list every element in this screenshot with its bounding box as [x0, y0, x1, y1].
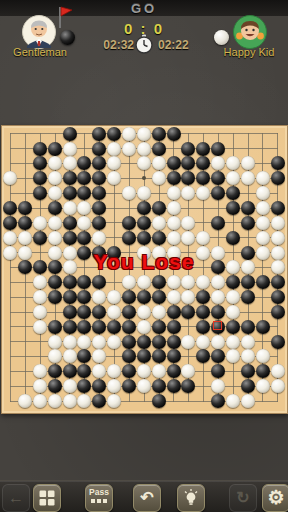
- stone-white: [33, 320, 47, 334]
- stone-black: [48, 320, 62, 334]
- stone-black: [181, 171, 195, 185]
- stone-white: [181, 216, 195, 230]
- stone-white: [256, 216, 270, 230]
- stone-black: [63, 127, 77, 141]
- stone-black: [122, 379, 136, 393]
- app-title: GO: [0, 1, 288, 16]
- undo-button[interactable]: ↶: [133, 484, 161, 512]
- stone-black: [3, 216, 17, 230]
- player-name-right: Happy Kid: [204, 46, 288, 58]
- turn-flag-icon: [56, 5, 74, 29]
- stone-black: [167, 364, 181, 378]
- stone-black: [152, 349, 166, 363]
- stone-black: [181, 379, 195, 393]
- stone-black: [211, 364, 225, 378]
- stone-black: [181, 142, 195, 156]
- stone-black: [256, 275, 270, 289]
- stone-black: [196, 142, 210, 156]
- stone-white: [77, 201, 91, 215]
- stone-white: [48, 216, 62, 230]
- stone-white: [226, 394, 240, 408]
- stone-white: [63, 349, 77, 363]
- stone-white: [152, 216, 166, 230]
- refresh-button[interactable]: ↻: [229, 484, 257, 512]
- stone-black: [167, 171, 181, 185]
- stone-white: [167, 186, 181, 200]
- stone-black: [48, 379, 62, 393]
- stone-white: [107, 290, 121, 304]
- stone-black: [63, 305, 77, 319]
- stone-black: [77, 171, 91, 185]
- stone-black: [226, 275, 240, 289]
- stone-black: [241, 364, 255, 378]
- stone-black: [271, 171, 285, 185]
- stone-black: [181, 156, 195, 170]
- result-text: You Lose: [0, 250, 288, 274]
- stone-black: [33, 156, 47, 170]
- stone-black: [271, 201, 285, 215]
- stone-black: [152, 275, 166, 289]
- player-black-stone-icon: [60, 30, 75, 45]
- stone-white: [48, 335, 62, 349]
- stone-white: [137, 186, 151, 200]
- stone-white: [63, 394, 77, 408]
- stone-black: [122, 335, 136, 349]
- stone-white: [107, 305, 121, 319]
- stone-white: [92, 349, 106, 363]
- stone-white: [18, 394, 32, 408]
- stone-white: [48, 171, 62, 185]
- stone-white: [92, 335, 106, 349]
- lightbulb-icon: [183, 489, 199, 507]
- stone-black: [226, 186, 240, 200]
- stone-white: [167, 216, 181, 230]
- stone-black: [18, 201, 32, 215]
- stone-black: [152, 231, 166, 245]
- stone-black: [77, 186, 91, 200]
- go-app-screen: GO 0 : 0 Gentleman Happy Kid 02:32 02:22: [0, 0, 288, 512]
- stone-black: [211, 305, 225, 319]
- stone-white: [181, 364, 195, 378]
- stone-black: [152, 335, 166, 349]
- stone-black: [137, 231, 151, 245]
- stone-white: [196, 186, 210, 200]
- stone-white: [196, 335, 210, 349]
- stone-white: [77, 335, 91, 349]
- gear-icon: ⚙: [263, 485, 288, 511]
- stone-black: [48, 290, 62, 304]
- timer-black: 02:32: [103, 38, 134, 52]
- stone-white: [107, 156, 121, 170]
- stone-black: [211, 171, 225, 185]
- player-name-left: Gentleman: [0, 46, 85, 58]
- stone-white: [256, 231, 270, 245]
- stone-black: [92, 305, 106, 319]
- hint-button[interactable]: [177, 484, 205, 512]
- stone-black: [137, 201, 151, 215]
- score-right: 0: [154, 20, 164, 37]
- stone-black: [152, 379, 166, 393]
- stone-black: [92, 171, 106, 185]
- stone-white: [241, 171, 255, 185]
- stone-black: [241, 290, 255, 304]
- stone-white: [211, 275, 225, 289]
- stone-white: [122, 142, 136, 156]
- stone-white: [211, 290, 225, 304]
- stone-black: [92, 216, 106, 230]
- stone-black: [77, 379, 91, 393]
- stone-white: [63, 335, 77, 349]
- stone-black: [226, 320, 240, 334]
- score-left: 0: [124, 20, 134, 37]
- clock-icon: [134, 34, 154, 54]
- stone-white: [92, 231, 106, 245]
- stone-black: [226, 201, 240, 215]
- stone-white: [33, 216, 47, 230]
- stone-black: [33, 231, 47, 245]
- stone-white: [152, 171, 166, 185]
- stone-white: [226, 171, 240, 185]
- stone-black: [241, 320, 255, 334]
- stone-black: [33, 171, 47, 185]
- stone-black: [167, 156, 181, 170]
- stone-white: [3, 171, 17, 185]
- stone-black: [256, 364, 270, 378]
- stone-white: [3, 231, 17, 245]
- stone-white: [33, 364, 47, 378]
- stone-black: [92, 275, 106, 289]
- back-button[interactable]: ←: [2, 484, 30, 512]
- stone-white: [107, 171, 121, 185]
- stone-white: [48, 231, 62, 245]
- stone-white: [48, 186, 62, 200]
- stone-black: [3, 201, 17, 215]
- stone-white: [181, 335, 195, 349]
- stone-black: [63, 275, 77, 289]
- stone-black: [92, 320, 106, 334]
- stone-black: [256, 320, 270, 334]
- stone-white: [48, 156, 62, 170]
- stone-black: [152, 394, 166, 408]
- stone-black: [63, 186, 77, 200]
- stone-black: [211, 394, 225, 408]
- stone-white: [107, 379, 121, 393]
- stone-black: [241, 379, 255, 393]
- stone-white: [63, 379, 77, 393]
- stone-black: [122, 216, 136, 230]
- stone-black: [167, 320, 181, 334]
- stone-black: [33, 142, 47, 156]
- stone-white: [211, 156, 225, 170]
- stone-black: [63, 290, 77, 304]
- stone-black: [271, 275, 285, 289]
- grid-icon: [39, 490, 55, 506]
- stone-black: [167, 335, 181, 349]
- stone-white: [137, 127, 151, 141]
- stone-black: [92, 156, 106, 170]
- stone-black: [152, 127, 166, 141]
- stone-white: [137, 320, 151, 334]
- stone-white: [137, 364, 151, 378]
- stone-white: [211, 335, 225, 349]
- stone-white: [107, 394, 121, 408]
- stone-black: [271, 305, 285, 319]
- stone-black: [241, 216, 255, 230]
- stone-white: [92, 290, 106, 304]
- stone-black: [92, 201, 106, 215]
- stone-black: [137, 290, 151, 304]
- board-menu-button[interactable]: [33, 484, 61, 512]
- stone-white: [181, 275, 195, 289]
- stone-white: [33, 379, 47, 393]
- stone-black: [18, 216, 32, 230]
- refresh-icon: ↻: [230, 485, 256, 511]
- stone-black: [77, 364, 91, 378]
- stone-black: [137, 335, 151, 349]
- stone-black: [77, 231, 91, 245]
- stone-white: [241, 349, 255, 363]
- stone-black: [63, 231, 77, 245]
- stone-black: [92, 379, 106, 393]
- stone-white: [122, 127, 136, 141]
- stone-black: [181, 305, 195, 319]
- stone-black: [271, 335, 285, 349]
- timer-white: 02:22: [158, 38, 189, 52]
- stone-black: [77, 156, 91, 170]
- pass-label: Pass: [86, 488, 112, 497]
- stone-white: [256, 171, 270, 185]
- stone-white: [256, 349, 270, 363]
- stone-black: [92, 127, 106, 141]
- stone-black: [152, 201, 166, 215]
- stone-black: [226, 231, 240, 245]
- stone-white: [271, 216, 285, 230]
- stone-black: [196, 156, 210, 170]
- stone-black: [196, 349, 210, 363]
- stone-black: [107, 127, 121, 141]
- stone-white: [211, 379, 225, 393]
- stone-black: [271, 290, 285, 304]
- stone-white: [226, 335, 240, 349]
- stone-white: [181, 231, 195, 245]
- stone-white: [226, 349, 240, 363]
- stone-black: [63, 171, 77, 185]
- stone-black: [211, 349, 225, 363]
- stone-white: [137, 156, 151, 170]
- avatar-gentleman: [22, 15, 56, 49]
- stone-black: [211, 142, 225, 156]
- player-white-stone-icon: [214, 30, 229, 45]
- stone-white: [137, 305, 151, 319]
- stone-black: [77, 320, 91, 334]
- stone-white: [33, 394, 47, 408]
- stone-black: [48, 142, 62, 156]
- stone-white: [33, 290, 47, 304]
- stone-white: [167, 201, 181, 215]
- undo-arrow-icon: ↶: [134, 485, 160, 511]
- stone-white: [226, 290, 240, 304]
- bottom-toolbar: ← Pass ↶: [0, 480, 288, 512]
- stone-black: [92, 142, 106, 156]
- stone-white: [107, 142, 121, 156]
- last-move-marker: [213, 321, 222, 330]
- stone-black: [241, 275, 255, 289]
- stone-white: [48, 349, 62, 363]
- stone-black: [63, 364, 77, 378]
- stone-white: [226, 156, 240, 170]
- stone-white: [241, 394, 255, 408]
- stone-black: [48, 364, 62, 378]
- stone-white: [18, 231, 32, 245]
- stone-black: [122, 290, 136, 304]
- stone-white: [271, 364, 285, 378]
- stone-black: [77, 349, 91, 363]
- stone-black: [48, 201, 62, 215]
- stone-white: [122, 275, 136, 289]
- stone-white: [122, 186, 136, 200]
- pass-dots-icon: [86, 499, 112, 503]
- stone-black: [137, 349, 151, 363]
- stone-black: [196, 320, 210, 334]
- stone-white: [63, 156, 77, 170]
- stone-white: [196, 275, 210, 289]
- stone-white: [137, 275, 151, 289]
- stone-white: [48, 394, 62, 408]
- stone-black: [241, 201, 255, 215]
- stone-white: [256, 201, 270, 215]
- stone-black: [33, 186, 47, 200]
- stone-black: [196, 290, 210, 304]
- stone-black: [211, 186, 225, 200]
- stone-black: [196, 171, 210, 185]
- stone-white: [196, 231, 210, 245]
- stone-black: [77, 305, 91, 319]
- stone-black: [167, 379, 181, 393]
- stone-black: [122, 231, 136, 245]
- stone-white: [77, 216, 91, 230]
- stone-white: [152, 364, 166, 378]
- stone-black: [152, 320, 166, 334]
- stone-white: [63, 201, 77, 215]
- stone-white: [167, 275, 181, 289]
- stone-white: [241, 156, 255, 170]
- stone-white: [181, 186, 195, 200]
- stone-white: [33, 305, 47, 319]
- stone-white: [226, 305, 240, 319]
- stone-black: [152, 142, 166, 156]
- stone-white: [256, 379, 270, 393]
- stone-black: [48, 275, 62, 289]
- stone-white: [152, 305, 166, 319]
- stone-black: [167, 127, 181, 141]
- stone-black: [271, 156, 285, 170]
- stone-black: [196, 305, 210, 319]
- stone-white: [256, 186, 270, 200]
- stone-black: [122, 305, 136, 319]
- stone-black: [137, 216, 151, 230]
- stone-white: [137, 142, 151, 156]
- stone-black: [211, 216, 225, 230]
- stone-white: [167, 290, 181, 304]
- stone-black: [77, 275, 91, 289]
- settings-button[interactable]: ⚙: [262, 484, 288, 512]
- stone-black: [77, 290, 91, 304]
- stone-black: [122, 320, 136, 334]
- stone-black: [107, 320, 121, 334]
- stone-black: [167, 349, 181, 363]
- stone-white: [92, 364, 106, 378]
- stone-white: [152, 156, 166, 170]
- stone-white: [181, 290, 195, 304]
- pass-button[interactable]: Pass: [85, 484, 113, 512]
- stone-white: [271, 379, 285, 393]
- stone-black: [122, 364, 136, 378]
- back-arrow-icon: ←: [3, 485, 29, 511]
- stone-white: [77, 394, 91, 408]
- stone-white: [167, 231, 181, 245]
- stone-black: [63, 320, 77, 334]
- stone-white: [63, 142, 77, 156]
- stone-black: [167, 305, 181, 319]
- stone-black: [92, 186, 106, 200]
- stone-white: [271, 231, 285, 245]
- stone-white: [107, 364, 121, 378]
- avatar-happy-kid: [233, 15, 267, 49]
- stone-white: [33, 275, 47, 289]
- star-point: [142, 176, 146, 180]
- stone-white: [107, 335, 121, 349]
- stone-black: [122, 349, 136, 363]
- stone-black: [92, 394, 106, 408]
- stone-black: [152, 290, 166, 304]
- stone-black: [63, 216, 77, 230]
- stone-white: [137, 379, 151, 393]
- stone-white: [241, 335, 255, 349]
